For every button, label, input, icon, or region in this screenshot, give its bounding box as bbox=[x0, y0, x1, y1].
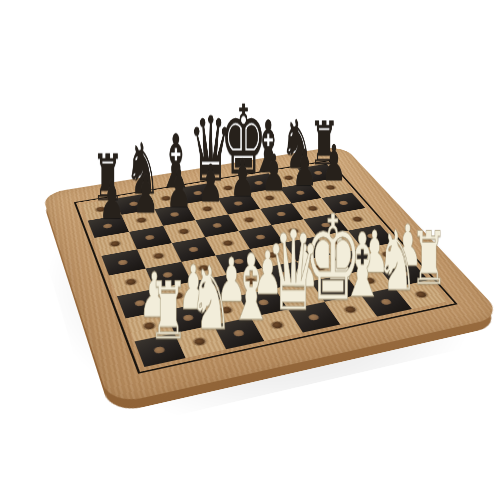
peg-hole bbox=[126, 279, 137, 286]
peg-hole bbox=[118, 259, 129, 266]
piece-black-pawn-b7[interactable]: ♟ bbox=[133, 168, 152, 220]
piece-white-knight-b1[interactable]: ♞ bbox=[189, 255, 212, 342]
piece-black-pawn-h7[interactable]: ♟ bbox=[322, 139, 340, 189]
piece-black-pawn-c7[interactable]: ♟ bbox=[166, 163, 185, 215]
peg-hole bbox=[178, 228, 189, 234]
peg-hole bbox=[153, 253, 164, 259]
peg-hole bbox=[212, 223, 223, 229]
piece-black-pawn-f7[interactable]: ♟ bbox=[261, 148, 279, 199]
peg-hole bbox=[244, 217, 255, 223]
piece-black-pawn-e7[interactable]: ♟ bbox=[230, 153, 248, 204]
peg-hole bbox=[110, 241, 121, 247]
piece-black-pawn-d7[interactable]: ♟ bbox=[198, 158, 216, 209]
chessboard-3d-wrapper: ♜♞♝♛♚♝♞♜♟♟♟♟♟♟♟♟♟♟♟♟♟♟♟♟♜♞♝♛♚♝♞♜ bbox=[42, 145, 500, 405]
chessboard: ♜♞♝♛♚♝♞♜♟♟♟♟♟♟♟♟♟♟♟♟♟♟♟♟♜♞♝♛♚♝♞♜ bbox=[42, 145, 500, 405]
product-photo-scene: ♜♞♝♛♚♝♞♜♟♟♟♟♟♟♟♟♟♟♟♟♟♟♟♟♜♞♝♛♚♝♞♜ bbox=[0, 0, 500, 500]
peg-hole bbox=[145, 234, 156, 240]
piece-black-pawn-a7[interactable]: ♟ bbox=[99, 174, 118, 227]
piece-white-rook-a1[interactable]: ♜ bbox=[149, 272, 172, 351]
piece-black-pawn-g7[interactable]: ♟ bbox=[292, 143, 310, 193]
